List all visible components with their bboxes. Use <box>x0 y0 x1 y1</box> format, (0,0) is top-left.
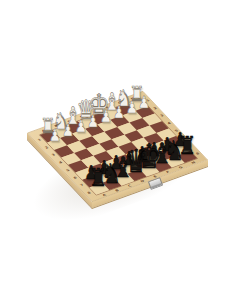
coord-label: 7 <box>80 184 85 187</box>
coord-label: 5 <box>174 129 179 132</box>
coord-label: F <box>166 170 171 173</box>
coord-label: 6 <box>73 176 78 179</box>
coord-label: 8 <box>87 191 92 194</box>
coord-label: 4 <box>58 161 63 164</box>
coord-label: 3 <box>51 153 56 156</box>
coord-label: A <box>102 193 107 196</box>
coord-label: C <box>127 184 132 187</box>
coord-label: 6 <box>181 137 186 140</box>
coord-label: 1 <box>37 138 42 141</box>
coord-label: 7 <box>188 144 193 147</box>
coord-label: 1 <box>145 99 150 102</box>
coord-label: D <box>140 179 145 182</box>
coord-label: H <box>191 161 196 164</box>
coord-label: 8 <box>195 152 200 155</box>
coord-label: G <box>178 166 183 169</box>
coord-label: 2 <box>152 106 157 109</box>
coord-label: 4 <box>167 122 172 125</box>
chess-set-product-photo: AABBCCDDEEFFGGHH1122334455667788 ♜♞♝♛♚♝♞… <box>0 0 240 303</box>
coord-label: 3 <box>160 114 165 117</box>
coord-label: 5 <box>65 168 70 171</box>
coord-label: B <box>115 189 120 192</box>
coord-label: 2 <box>44 146 49 149</box>
